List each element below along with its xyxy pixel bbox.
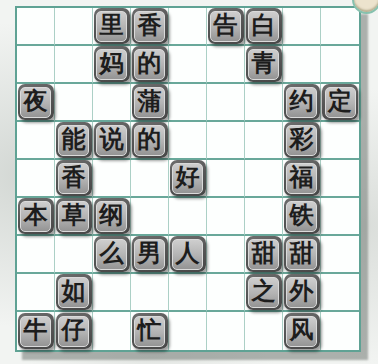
tile-face: 么 bbox=[96, 239, 127, 270]
board-cell bbox=[207, 236, 245, 274]
board-cell bbox=[131, 198, 169, 236]
board-cell bbox=[207, 84, 245, 122]
tile-face: 蒲 bbox=[134, 87, 165, 118]
tile-character: 妈 bbox=[100, 51, 124, 75]
character-tile[interactable]: 本 bbox=[18, 198, 54, 234]
board-cell: 福 bbox=[283, 160, 321, 198]
board-cell bbox=[207, 46, 245, 84]
game-screen: { "game": "chinese-character-crossword-p… bbox=[0, 0, 378, 364]
tile-face: 纲 bbox=[96, 201, 127, 232]
tile-face: 福 bbox=[286, 163, 317, 194]
board-cell: 人 bbox=[169, 236, 207, 274]
character-tile[interactable]: 彩 bbox=[284, 122, 320, 158]
character-tile[interactable]: 人 bbox=[170, 236, 206, 272]
tile-character: 人 bbox=[176, 241, 200, 265]
character-tile[interactable]: 告 bbox=[208, 8, 244, 44]
character-tile[interactable]: 青 bbox=[246, 46, 282, 82]
board-cell: 么 bbox=[93, 236, 131, 274]
board-cell bbox=[169, 312, 207, 350]
tile-face: 白 bbox=[248, 11, 279, 42]
character-tile[interactable]: 好 bbox=[170, 160, 206, 196]
tile-character: 彩 bbox=[290, 127, 314, 151]
tile-character: 么 bbox=[100, 241, 124, 265]
board-cell: 风 bbox=[283, 312, 321, 350]
board-cell: 香 bbox=[131, 8, 169, 46]
tile-character: 之 bbox=[252, 279, 276, 303]
tile-character: 仔 bbox=[62, 318, 86, 342]
tile-face: 妈 bbox=[96, 49, 127, 80]
character-tile[interactable]: 里 bbox=[94, 8, 130, 44]
board-cell: 甜 bbox=[245, 236, 283, 274]
character-tile[interactable]: 约 bbox=[284, 84, 320, 120]
tile-face: 风 bbox=[286, 316, 317, 347]
character-tile[interactable]: 白 bbox=[246, 8, 282, 44]
board-cell bbox=[17, 236, 55, 274]
tile-face: 仔 bbox=[58, 316, 89, 347]
board-cell bbox=[321, 236, 359, 274]
board-cell: 蒲 bbox=[131, 84, 169, 122]
board-cell: 告 bbox=[207, 8, 245, 46]
character-tile[interactable]: 忙 bbox=[132, 313, 168, 349]
tile-character: 里 bbox=[100, 13, 124, 37]
board-cell bbox=[17, 122, 55, 160]
tile-face: 之 bbox=[248, 277, 279, 308]
board-cell bbox=[321, 122, 359, 160]
board-cell bbox=[321, 46, 359, 84]
tile-character: 夜 bbox=[24, 89, 48, 113]
board-cell: 青 bbox=[245, 46, 283, 84]
character-tile[interactable]: 甜 bbox=[284, 236, 320, 272]
tile-face: 里 bbox=[96, 11, 127, 42]
character-tile[interactable]: 草 bbox=[56, 198, 92, 234]
board-cell bbox=[55, 236, 93, 274]
tile-character: 香 bbox=[62, 165, 86, 189]
tile-face: 的 bbox=[134, 125, 165, 156]
tile-character: 能 bbox=[62, 127, 86, 151]
board-cell: 草 bbox=[55, 198, 93, 236]
character-tile[interactable]: 男 bbox=[132, 236, 168, 272]
character-tile[interactable]: 甜 bbox=[246, 236, 282, 272]
board-cell bbox=[283, 8, 321, 46]
tile-character: 白 bbox=[252, 13, 276, 37]
tile-character: 的 bbox=[138, 51, 162, 75]
tile-character: 蒲 bbox=[138, 89, 162, 113]
tile-character: 铁 bbox=[290, 203, 314, 227]
board-cell bbox=[207, 312, 245, 350]
board-cell: 外 bbox=[283, 274, 321, 312]
board-cell bbox=[245, 122, 283, 160]
tile-face: 铁 bbox=[286, 201, 317, 232]
board-cell: 仔 bbox=[55, 312, 93, 350]
board-cell: 夜 bbox=[17, 84, 55, 122]
board-cell: 如 bbox=[55, 274, 93, 312]
board-cell bbox=[17, 160, 55, 198]
board-cell: 说 bbox=[93, 122, 131, 160]
tile-face: 男 bbox=[134, 239, 165, 270]
board-cell bbox=[93, 84, 131, 122]
character-tile[interactable]: 仔 bbox=[56, 313, 92, 349]
tile-face: 的 bbox=[134, 49, 165, 80]
board-cell: 彩 bbox=[283, 122, 321, 160]
tile-character: 纲 bbox=[100, 203, 124, 227]
character-tile[interactable]: 的 bbox=[132, 122, 168, 158]
board-cell: 本 bbox=[17, 198, 55, 236]
tile-face: 夜 bbox=[20, 87, 51, 118]
tile-face: 约 bbox=[286, 87, 317, 118]
tile-face: 香 bbox=[58, 163, 89, 194]
board-cell bbox=[55, 8, 93, 46]
tile-character: 告 bbox=[214, 13, 238, 37]
character-tile[interactable]: 之 bbox=[246, 274, 282, 310]
board-cell: 甜 bbox=[283, 236, 321, 274]
board-cell bbox=[245, 160, 283, 198]
character-tile[interactable]: 牛 bbox=[18, 313, 54, 349]
tile-character: 甜 bbox=[290, 241, 314, 265]
character-tile[interactable]: 香 bbox=[56, 160, 92, 196]
tile-face: 彩 bbox=[286, 125, 317, 156]
tile-character: 草 bbox=[62, 203, 86, 227]
board-cell: 妈 bbox=[93, 46, 131, 84]
tile-face: 外 bbox=[286, 277, 317, 308]
board-cell bbox=[207, 160, 245, 198]
tile-face: 本 bbox=[20, 201, 51, 232]
tile-character: 牛 bbox=[24, 318, 48, 342]
character-tile[interactable]: 能 bbox=[56, 122, 92, 158]
board-cell bbox=[169, 8, 207, 46]
board-cell bbox=[169, 122, 207, 160]
tile-face: 说 bbox=[96, 125, 127, 156]
tile-character: 忙 bbox=[138, 318, 162, 342]
tile-character: 如 bbox=[62, 279, 86, 303]
board-cell: 里 bbox=[93, 8, 131, 46]
board-cell bbox=[321, 198, 359, 236]
board-cell: 铁 bbox=[283, 198, 321, 236]
board-cell bbox=[131, 274, 169, 312]
board-cell bbox=[17, 46, 55, 84]
character-tile[interactable]: 福 bbox=[284, 160, 320, 196]
character-tile[interactable]: 妈 bbox=[94, 46, 130, 82]
tile-character: 男 bbox=[138, 241, 162, 265]
board-cell bbox=[93, 160, 131, 198]
tile-face: 如 bbox=[58, 277, 89, 308]
board-cell bbox=[245, 198, 283, 236]
puzzle-stage: 里香告白妈的青夜蒲约定能说的彩香好福本草纲铁么男人甜甜如之外牛仔忙风 bbox=[0, 0, 378, 364]
board-cell bbox=[93, 274, 131, 312]
tile-character: 说 bbox=[100, 127, 124, 151]
board-cell bbox=[169, 198, 207, 236]
tile-face: 好 bbox=[172, 163, 203, 194]
character-tile[interactable]: 外 bbox=[284, 274, 320, 310]
board-cell: 忙 bbox=[131, 312, 169, 350]
board-cell bbox=[169, 274, 207, 312]
board-cell: 约 bbox=[283, 84, 321, 122]
tile-face: 草 bbox=[58, 201, 89, 232]
board-cell: 香 bbox=[55, 160, 93, 198]
board-cell bbox=[131, 160, 169, 198]
board-cell: 的 bbox=[131, 46, 169, 84]
tile-character: 外 bbox=[290, 279, 314, 303]
character-tile[interactable]: 纲 bbox=[94, 198, 130, 234]
board-cell bbox=[321, 312, 359, 350]
board-cell: 能 bbox=[55, 122, 93, 160]
tile-character: 青 bbox=[252, 51, 276, 75]
board-cell bbox=[245, 312, 283, 350]
tile-face: 人 bbox=[172, 239, 203, 270]
tile-character: 福 bbox=[290, 165, 314, 189]
character-tile[interactable]: 说 bbox=[94, 122, 130, 158]
board-cell bbox=[207, 274, 245, 312]
character-tile[interactable]: 的 bbox=[132, 46, 168, 82]
tile-face: 定 bbox=[325, 87, 356, 118]
board-cell bbox=[207, 122, 245, 160]
character-tile[interactable]: 夜 bbox=[18, 84, 54, 120]
board-cell bbox=[321, 8, 359, 46]
board-cell bbox=[17, 274, 55, 312]
character-tile[interactable]: 风 bbox=[284, 313, 320, 349]
character-tile[interactable]: 如 bbox=[56, 274, 92, 310]
tile-character: 本 bbox=[24, 203, 48, 227]
tile-character: 的 bbox=[138, 127, 162, 151]
board-cell bbox=[321, 274, 359, 312]
character-tile[interactable]: 定 bbox=[322, 84, 358, 120]
tile-face: 牛 bbox=[20, 316, 51, 347]
board-cell: 纲 bbox=[93, 198, 131, 236]
tile-face: 忙 bbox=[134, 316, 165, 347]
tile-character: 香 bbox=[138, 13, 162, 37]
character-tile[interactable]: 蒲 bbox=[132, 84, 168, 120]
board-cell bbox=[55, 46, 93, 84]
board-cell bbox=[207, 198, 245, 236]
tile-face: 甜 bbox=[286, 239, 317, 270]
tile-character: 好 bbox=[176, 165, 200, 189]
tile-character: 定 bbox=[328, 89, 352, 113]
board-cell bbox=[17, 8, 55, 46]
board-cell: 之 bbox=[245, 274, 283, 312]
board-cell bbox=[283, 46, 321, 84]
board-cell bbox=[169, 84, 207, 122]
crossword-board: 里香告白妈的青夜蒲约定能说的彩香好福本草纲铁么男人甜甜如之外牛仔忙风 bbox=[15, 6, 361, 352]
board-cell: 白 bbox=[245, 8, 283, 46]
board-cell bbox=[169, 46, 207, 84]
tile-face: 青 bbox=[248, 49, 279, 80]
board-cell bbox=[321, 160, 359, 198]
tile-face: 香 bbox=[134, 11, 165, 42]
character-tile[interactable]: 么 bbox=[94, 236, 130, 272]
board-cell: 男 bbox=[131, 236, 169, 274]
tile-character: 甜 bbox=[252, 241, 276, 265]
tile-face: 告 bbox=[210, 11, 241, 42]
character-tile[interactable]: 铁 bbox=[284, 198, 320, 234]
board-cell: 的 bbox=[131, 122, 169, 160]
tile-character: 约 bbox=[290, 89, 314, 113]
board-cell bbox=[93, 312, 131, 350]
board-cell: 定 bbox=[321, 84, 359, 122]
board-cell: 好 bbox=[169, 160, 207, 198]
board-cell bbox=[245, 84, 283, 122]
tile-face: 能 bbox=[58, 125, 89, 156]
tile-face: 甜 bbox=[248, 239, 279, 270]
board-cell: 牛 bbox=[17, 312, 55, 350]
board-cell bbox=[55, 84, 93, 122]
tile-character: 风 bbox=[290, 318, 314, 342]
character-tile[interactable]: 香 bbox=[132, 8, 168, 44]
